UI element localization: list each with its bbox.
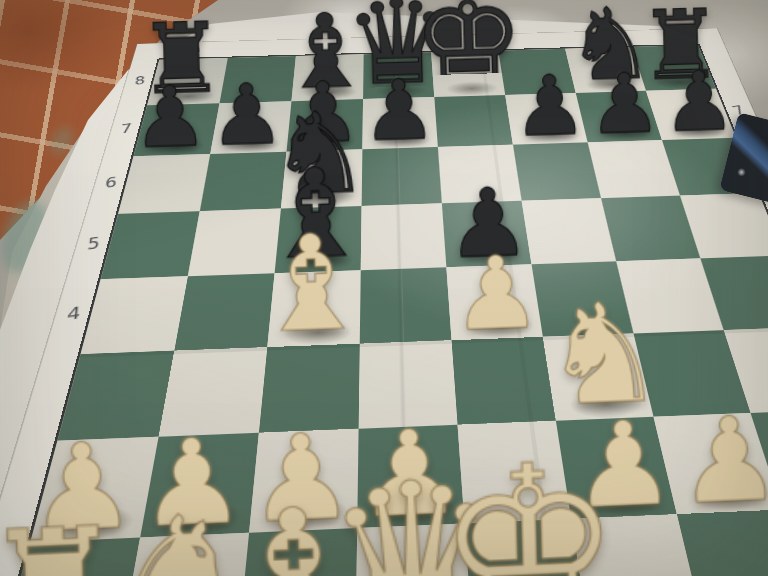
black-pawn-h7[interactable]: ♟ bbox=[662, 59, 737, 143]
square-d7[interactable]: ♟ bbox=[362, 97, 437, 149]
black-pawn-g7[interactable]: ♟ bbox=[587, 61, 662, 145]
square-a5[interactable] bbox=[101, 211, 200, 279]
white-pawn-e4[interactable]: ♟ bbox=[450, 241, 542, 344]
white-bishop-c4[interactable]: ♝ bbox=[250, 217, 372, 353]
square-d6[interactable] bbox=[362, 147, 442, 206]
square-a4[interactable] bbox=[81, 276, 188, 354]
white-pawn-g2[interactable]: ♟ bbox=[676, 400, 768, 521]
black-pawn-f7[interactable]: ♟ bbox=[512, 64, 588, 148]
white-king-e1[interactable]: ♚ bbox=[434, 435, 624, 576]
chess-photo-scene: ♜♝♛♚♞♜♟♟♟♟♟♟♟♞♝♟♝♟♞♟♟♟♟♟♟♟♜♞♝♛♚♜ 8765476… bbox=[0, 0, 768, 576]
square-f7[interactable]: ♟ bbox=[505, 93, 587, 145]
board-3d-wrap: ♜♝♛♚♞♜♟♟♟♟♟♟♟♞♝♟♝♟♞♟♟♟♟♟♟♟♜♞♝♛♚♜ 8765476… bbox=[140, 36, 720, 576]
black-pawn-d7[interactable]: ♟ bbox=[361, 68, 437, 153]
square-e3[interactable] bbox=[452, 337, 556, 425]
square-e4[interactable]: ♟ bbox=[446, 264, 542, 340]
rank-label-left-5: 5 bbox=[78, 235, 108, 254]
square-a6[interactable] bbox=[118, 154, 210, 214]
square-a7[interactable]: ♟ bbox=[134, 103, 220, 156]
square-e8[interactable]: ♚ bbox=[431, 50, 505, 97]
rank-label-left-4: 4 bbox=[57, 304, 90, 325]
black-pawn-a7[interactable]: ♟ bbox=[131, 74, 209, 159]
square-c4[interactable]: ♝ bbox=[267, 270, 360, 347]
square-d5[interactable] bbox=[361, 203, 447, 270]
rank-label-left-6: 6 bbox=[97, 175, 125, 191]
square-g7[interactable]: ♟ bbox=[576, 91, 662, 143]
square-e7[interactable] bbox=[434, 95, 513, 147]
square-d4[interactable] bbox=[360, 267, 452, 344]
square-e1[interactable]: ♚ bbox=[465, 519, 590, 576]
